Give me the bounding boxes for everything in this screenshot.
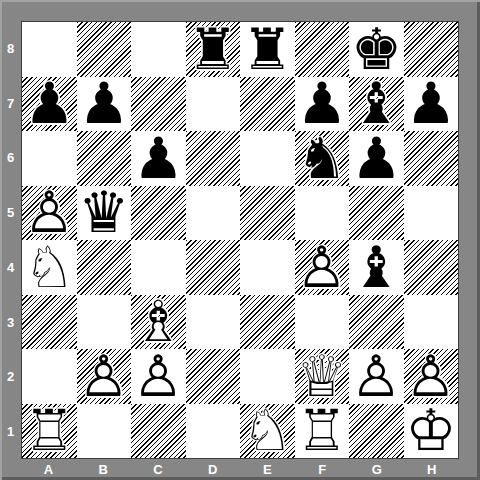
square-f2[interactable]: ♛♕ bbox=[295, 349, 350, 404]
square-f1[interactable]: ♜♖ bbox=[295, 404, 350, 459]
file-label-c: C bbox=[131, 459, 186, 480]
square-e4[interactable] bbox=[240, 240, 295, 295]
square-g8[interactable]: ♚ bbox=[349, 22, 404, 77]
black-queen-b5: ♛ bbox=[77, 186, 132, 241]
square-b8[interactable] bbox=[77, 22, 132, 77]
square-d1[interactable] bbox=[186, 404, 241, 459]
white-knight-e1: ♞♘ bbox=[240, 404, 295, 459]
rank-label-3: 3 bbox=[0, 295, 21, 350]
white-pawn-g2: ♟♙ bbox=[349, 349, 404, 404]
square-e8[interactable]: ♜ bbox=[240, 22, 295, 77]
file-label-e: E bbox=[240, 459, 295, 480]
black-bishop-g7: ♝ bbox=[349, 77, 404, 132]
square-d8[interactable]: ♜ bbox=[186, 22, 241, 77]
file-label-g: G bbox=[350, 459, 405, 480]
white-pawn-a5: ♟♙ bbox=[22, 186, 77, 241]
square-f7[interactable]: ♟ bbox=[295, 77, 350, 132]
white-pawn-b2: ♟♙ bbox=[77, 349, 132, 404]
black-pawn-g6: ♟ bbox=[349, 131, 404, 186]
white-pawn-h2: ♟♙ bbox=[404, 349, 459, 404]
square-f4[interactable]: ♟♙ bbox=[295, 240, 350, 295]
square-e1[interactable]: ♞♘ bbox=[240, 404, 295, 459]
file-label-d: D bbox=[185, 459, 240, 480]
square-c7[interactable] bbox=[131, 77, 186, 132]
square-h3[interactable] bbox=[404, 295, 459, 350]
file-label-h: H bbox=[404, 459, 459, 480]
square-b1[interactable] bbox=[77, 404, 132, 459]
black-knight-f6: ♞ bbox=[295, 131, 350, 186]
black-rook-e8: ♜ bbox=[240, 22, 295, 77]
square-e6[interactable] bbox=[240, 131, 295, 186]
square-c8[interactable] bbox=[131, 22, 186, 77]
square-d2[interactable] bbox=[186, 349, 241, 404]
rank-label-4: 4 bbox=[0, 240, 21, 295]
square-f8[interactable] bbox=[295, 22, 350, 77]
square-b6[interactable] bbox=[77, 131, 132, 186]
square-c2[interactable]: ♟♙ bbox=[131, 349, 186, 404]
black-pawn-a7: ♟ bbox=[22, 77, 77, 132]
chess-diagram-frame: 87654321 ♜♜♚♟♟♟♝♟♟♞♟♟♙♛♞♘♟♙♝♝♗♟♙♟♙♛♕♟♙♟♙… bbox=[0, 0, 480, 480]
square-d6[interactable] bbox=[186, 131, 241, 186]
file-label-a: A bbox=[21, 459, 76, 480]
square-f6[interactable]: ♞ bbox=[295, 131, 350, 186]
white-knight-a4: ♞♘ bbox=[22, 240, 77, 295]
square-g1[interactable] bbox=[349, 404, 404, 459]
square-h5[interactable] bbox=[404, 186, 459, 241]
square-b7[interactable]: ♟ bbox=[77, 77, 132, 132]
square-a6[interactable] bbox=[22, 131, 77, 186]
white-pawn-f4: ♟♙ bbox=[295, 240, 350, 295]
black-pawn-h7: ♟ bbox=[404, 77, 459, 132]
square-a3[interactable] bbox=[22, 295, 77, 350]
square-g3[interactable] bbox=[349, 295, 404, 350]
white-pawn-c2: ♟♙ bbox=[131, 349, 186, 404]
square-g6[interactable]: ♟ bbox=[349, 131, 404, 186]
black-bishop-g4: ♝ bbox=[349, 240, 404, 295]
square-d5[interactable] bbox=[186, 186, 241, 241]
white-rook-f1: ♜♖ bbox=[295, 404, 350, 459]
square-h1[interactable]: ♚♔ bbox=[404, 404, 459, 459]
file-labels: ABCDEFGH bbox=[21, 459, 459, 480]
white-rook-a1: ♜♖ bbox=[22, 404, 77, 459]
square-h8[interactable] bbox=[404, 22, 459, 77]
square-c6[interactable]: ♟ bbox=[131, 131, 186, 186]
black-king-g8: ♚ bbox=[349, 22, 404, 77]
square-e7[interactable] bbox=[240, 77, 295, 132]
square-b4[interactable] bbox=[77, 240, 132, 295]
black-rook-d8: ♜ bbox=[186, 22, 241, 77]
rank-label-2: 2 bbox=[0, 350, 21, 405]
square-a4[interactable]: ♞♘ bbox=[22, 240, 77, 295]
square-g5[interactable] bbox=[349, 186, 404, 241]
black-pawn-f7: ♟ bbox=[295, 77, 350, 132]
rank-label-6: 6 bbox=[0, 131, 21, 186]
square-d3[interactable] bbox=[186, 295, 241, 350]
square-c4[interactable] bbox=[131, 240, 186, 295]
rank-label-8: 8 bbox=[0, 21, 21, 76]
square-e3[interactable] bbox=[240, 295, 295, 350]
square-g7[interactable]: ♝ bbox=[349, 77, 404, 132]
square-h4[interactable] bbox=[404, 240, 459, 295]
square-g4[interactable]: ♝ bbox=[349, 240, 404, 295]
white-queen-f2: ♛♕ bbox=[295, 349, 350, 404]
white-king-h1: ♚♔ bbox=[404, 404, 459, 459]
square-e2[interactable] bbox=[240, 349, 295, 404]
square-g2[interactable]: ♟♙ bbox=[349, 349, 404, 404]
file-label-f: F bbox=[295, 459, 350, 480]
square-c3[interactable]: ♝♗ bbox=[131, 295, 186, 350]
square-d7[interactable] bbox=[186, 77, 241, 132]
square-h6[interactable] bbox=[404, 131, 459, 186]
square-h7[interactable]: ♟ bbox=[404, 77, 459, 132]
rank-labels: 87654321 bbox=[0, 21, 21, 459]
black-pawn-c6: ♟ bbox=[131, 131, 186, 186]
square-d4[interactable] bbox=[186, 240, 241, 295]
square-b3[interactable] bbox=[77, 295, 132, 350]
square-b5[interactable]: ♛ bbox=[77, 186, 132, 241]
rank-label-7: 7 bbox=[0, 76, 21, 131]
rank-label-1: 1 bbox=[0, 404, 21, 459]
square-c5[interactable] bbox=[131, 186, 186, 241]
file-label-b: B bbox=[76, 459, 131, 480]
square-a1[interactable]: ♜♖ bbox=[22, 404, 77, 459]
white-bishop-c3: ♝♗ bbox=[131, 295, 186, 350]
square-f5[interactable] bbox=[295, 186, 350, 241]
square-h2[interactable]: ♟♙ bbox=[404, 349, 459, 404]
square-a2[interactable] bbox=[22, 349, 77, 404]
rank-label-5: 5 bbox=[0, 185, 21, 240]
square-e5[interactable] bbox=[240, 186, 295, 241]
square-f3[interactable] bbox=[295, 295, 350, 350]
square-c1[interactable] bbox=[131, 404, 186, 459]
square-a7[interactable]: ♟ bbox=[22, 77, 77, 132]
black-pawn-b7: ♟ bbox=[77, 77, 132, 132]
square-a8[interactable] bbox=[22, 22, 77, 77]
square-b2[interactable]: ♟♙ bbox=[77, 349, 132, 404]
chess-board: ♜♜♚♟♟♟♝♟♟♞♟♟♙♛♞♘♟♙♝♝♗♟♙♟♙♛♕♟♙♟♙♜♖♞♘♜♖♚♔ bbox=[21, 21, 459, 459]
square-a5[interactable]: ♟♙ bbox=[22, 186, 77, 241]
